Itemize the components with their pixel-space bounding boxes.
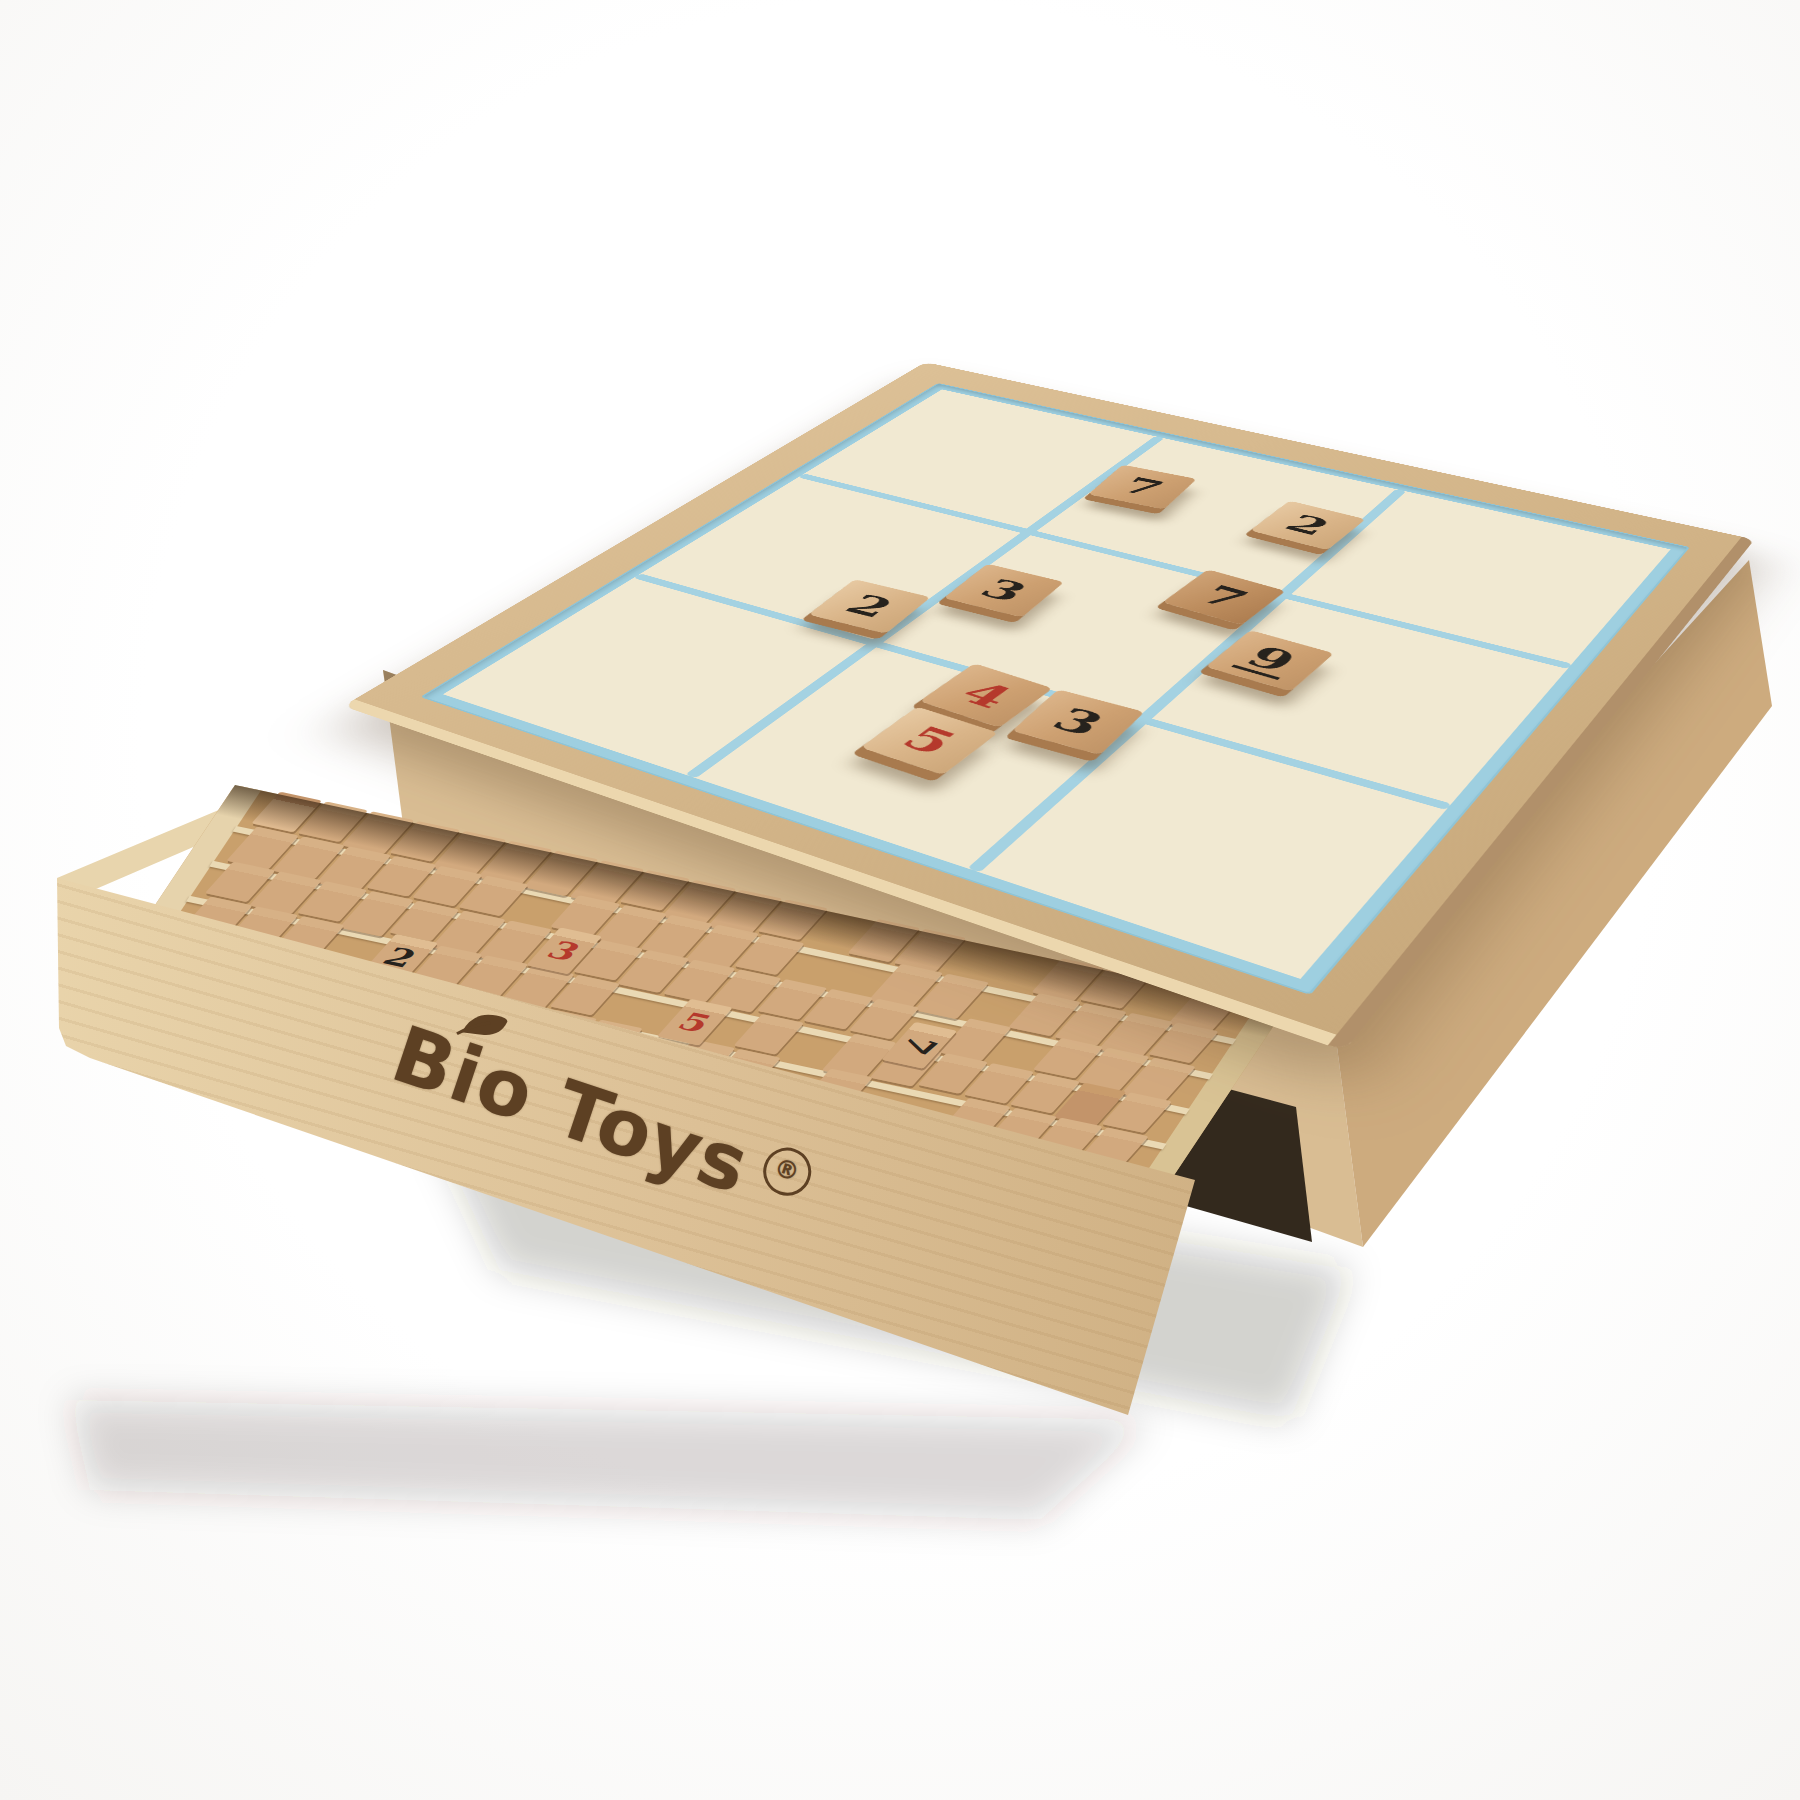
number-tile-9-r5c7[interactable]: 9: [1206, 630, 1334, 691]
drawer-tile-5[interactable]: 5: [657, 999, 733, 1046]
tile-digit: 7: [1190, 579, 1258, 614]
tile-digit: 7: [1114, 472, 1172, 501]
tile-digit: 2: [836, 588, 904, 623]
number-tile-7-r2c4[interactable]: 7: [1089, 465, 1197, 510]
number-tile-2-r2c6[interactable]: 2: [1250, 501, 1365, 550]
tile-digit: 3: [971, 573, 1038, 607]
product-photo-scene: { "game": "sudoku", "product": { "brand_…: [0, 0, 1800, 1800]
tile-digit: 4: [948, 675, 1024, 715]
tile-digit: 9: [1231, 641, 1309, 681]
drawer-tile-digit: 5: [657, 999, 733, 1046]
number-tile-2-r6c3[interactable]: 2: [808, 579, 930, 633]
tile-digit: 5: [890, 719, 968, 762]
tile-digit: 3: [1042, 701, 1115, 743]
number-tile-7-r4c6[interactable]: 7: [1162, 569, 1285, 625]
drawer-shadow: [70, 1400, 1150, 1520]
number-tile-3-r5c4[interactable]: 3: [944, 564, 1064, 618]
tile-digit: 2: [1276, 509, 1339, 540]
